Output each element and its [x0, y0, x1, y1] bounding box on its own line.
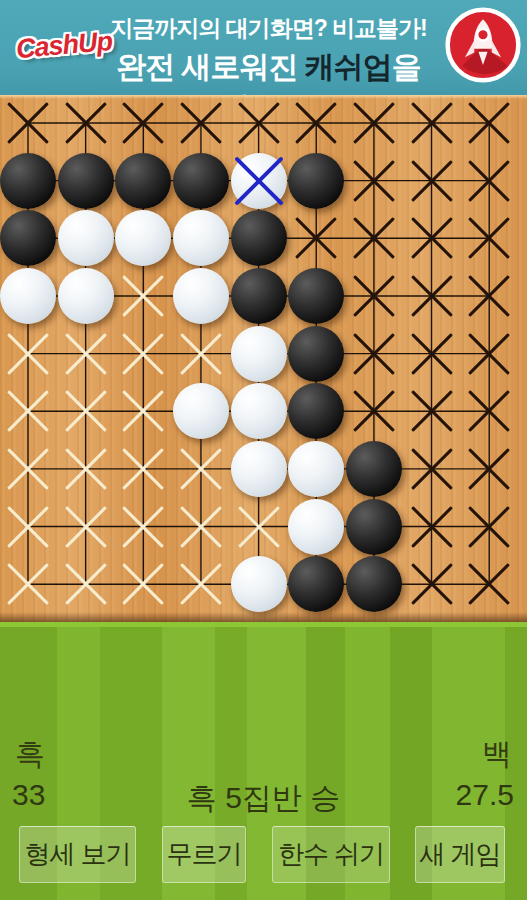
dead-stone-x-icon — [231, 153, 287, 209]
result-text: 흑 5집반 승 — [0, 778, 527, 819]
white-stone[interactable] — [288, 499, 344, 555]
new-game-button[interactable]: 새 게임 — [415, 826, 505, 883]
black-stone[interactable] — [115, 153, 171, 209]
white-territory-mark — [178, 561, 224, 607]
white-territory-mark — [120, 561, 166, 607]
white-territory-mark — [5, 504, 51, 550]
black-territory-mark — [466, 331, 512, 377]
black-label: 흑 — [15, 734, 45, 775]
white-territory-mark — [178, 331, 224, 377]
black-territory-mark — [351, 215, 397, 261]
black-territory-mark — [466, 388, 512, 434]
rocket-icon — [445, 7, 521, 83]
white-stone[interactable] — [58, 268, 114, 324]
white-territory-mark — [120, 331, 166, 377]
black-stone[interactable] — [0, 210, 56, 266]
white-territory-mark — [178, 446, 224, 492]
white-territory-mark — [5, 446, 51, 492]
pass-button[interactable]: 한수 쉬기 — [272, 826, 390, 883]
black-territory-mark — [351, 331, 397, 377]
black-stone[interactable] — [231, 210, 287, 266]
white-territory-mark — [63, 446, 109, 492]
white-territory-mark — [63, 561, 109, 607]
white-territory-mark — [63, 388, 109, 434]
black-stone[interactable] — [346, 556, 402, 612]
white-territory-mark — [63, 331, 109, 377]
black-territory-mark — [120, 100, 166, 146]
ad-subline: 완전 새로워진 캐쉬업을 만나다! — [100, 47, 437, 95]
black-stone[interactable] — [288, 326, 344, 382]
app-root: CashUp 지금까지의 대기화면? 비교불가! 완전 새로워진 캐쉬업을 만나… — [0, 0, 527, 900]
black-stone[interactable] — [231, 268, 287, 324]
control-panel: 흑 백 33 흑 5집반 승 27.5 형세 보기 무르기 한수 쉬기 새 게임 — [0, 622, 527, 900]
black-territory-mark — [5, 100, 51, 146]
black-territory-mark — [351, 388, 397, 434]
undo-button[interactable]: 무르기 — [162, 826, 246, 883]
ad-headline: 지금까지의 대기화면? 비교불가! — [100, 13, 437, 44]
white-stone[interactable] — [0, 268, 56, 324]
black-territory-mark — [293, 215, 339, 261]
black-territory-mark — [466, 215, 512, 261]
black-territory-mark — [63, 100, 109, 146]
white-label: 백 — [482, 734, 512, 775]
black-territory-mark — [409, 273, 455, 319]
black-territory-mark — [466, 561, 512, 607]
ad-text: 지금까지의 대기화면? 비교불가! 완전 새로워진 캐쉬업을 만나다! — [100, 13, 437, 95]
white-score: 27.5 — [456, 778, 514, 812]
black-territory-mark — [351, 100, 397, 146]
white-stone[interactable] — [173, 383, 229, 439]
white-stone[interactable] — [173, 268, 229, 324]
white-stone[interactable] — [231, 556, 287, 612]
white-territory-mark — [236, 504, 282, 550]
black-territory-mark — [409, 215, 455, 261]
dead-white-stone[interactable] — [231, 153, 287, 209]
white-territory-mark — [5, 388, 51, 434]
black-stone[interactable] — [0, 153, 56, 209]
white-stone[interactable] — [288, 441, 344, 497]
white-territory-mark — [120, 504, 166, 550]
black-territory-mark — [409, 446, 455, 492]
black-territory-mark — [351, 273, 397, 319]
black-territory-mark — [236, 100, 282, 146]
white-territory-mark — [63, 504, 109, 550]
black-territory-mark — [466, 504, 512, 550]
black-stone[interactable] — [346, 441, 402, 497]
black-territory-mark — [409, 100, 455, 146]
black-stone[interactable] — [288, 153, 344, 209]
territory-view-button[interactable]: 형세 보기 — [19, 826, 136, 883]
black-territory-mark — [293, 100, 339, 146]
black-territory-mark — [409, 561, 455, 607]
white-territory-mark — [178, 504, 224, 550]
black-stone[interactable] — [173, 153, 229, 209]
black-territory-mark — [466, 446, 512, 492]
ad-banner[interactable]: CashUp 지금까지의 대기화면? 비교불가! 완전 새로워진 캐쉬업을 만나… — [0, 0, 527, 95]
black-territory-mark — [409, 331, 455, 377]
black-stone[interactable] — [288, 268, 344, 324]
black-territory-mark — [178, 100, 224, 146]
white-territory-mark — [120, 388, 166, 434]
white-stone[interactable] — [58, 210, 114, 266]
black-territory-mark — [409, 158, 455, 204]
black-territory-mark — [409, 504, 455, 550]
white-territory-mark — [120, 273, 166, 319]
black-territory-mark — [409, 388, 455, 434]
white-stone[interactable] — [173, 210, 229, 266]
white-stone[interactable] — [231, 441, 287, 497]
black-territory-mark — [466, 158, 512, 204]
black-territory-mark — [351, 158, 397, 204]
black-stone[interactable] — [58, 153, 114, 209]
go-board[interactable] — [0, 95, 527, 622]
white-territory-mark — [5, 331, 51, 377]
white-territory-mark — [5, 561, 51, 607]
black-stone[interactable] — [346, 499, 402, 555]
cashup-logo: CashUp — [15, 26, 113, 65]
white-territory-mark — [120, 446, 166, 492]
black-territory-mark — [466, 273, 512, 319]
white-stone[interactable] — [231, 383, 287, 439]
black-territory-mark — [466, 100, 512, 146]
white-stone[interactable] — [231, 326, 287, 382]
